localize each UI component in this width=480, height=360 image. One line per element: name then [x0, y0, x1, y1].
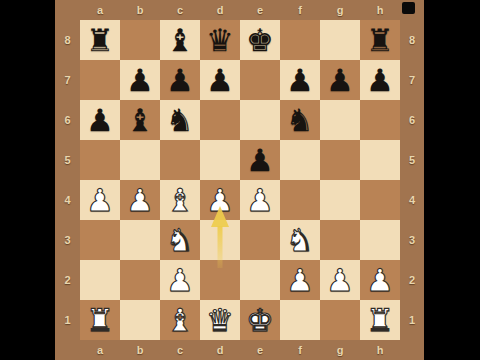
- square-g4[interactable]: [320, 180, 360, 220]
- piece-wB-c4[interactable]: ♝: [160, 180, 200, 220]
- piece-bK-e8[interactable]: ♚: [240, 20, 280, 60]
- piece-bP-e5[interactable]: ♟: [240, 140, 280, 180]
- square-d4[interactable]: ♟: [200, 180, 240, 220]
- file-label-f: f: [280, 340, 320, 360]
- piece-bN-c6[interactable]: ♞: [160, 100, 200, 140]
- square-f3[interactable]: ♞: [280, 220, 320, 260]
- square-d7[interactable]: ♟: [200, 60, 240, 100]
- square-h2[interactable]: ♟: [360, 260, 400, 300]
- square-h5[interactable]: [360, 140, 400, 180]
- piece-bN-f6[interactable]: ♞: [280, 100, 320, 140]
- piece-bQ-d8[interactable]: ♛: [200, 20, 240, 60]
- square-e5[interactable]: ♟: [240, 140, 280, 180]
- square-a7[interactable]: [80, 60, 120, 100]
- file-label-h: h: [360, 340, 400, 360]
- square-e6[interactable]: [240, 100, 280, 140]
- piece-wP-h2[interactable]: ♟: [360, 260, 400, 300]
- file-label-c: c: [160, 340, 200, 360]
- rank-labels-right: 87654321: [400, 20, 424, 340]
- piece-bR-a8[interactable]: ♜: [80, 20, 120, 60]
- file-label-b: b: [120, 340, 160, 360]
- piece-wP-c2[interactable]: ♟: [160, 260, 200, 300]
- rank-label-2: 2: [55, 260, 80, 300]
- piece-wP-b4[interactable]: ♟: [120, 180, 160, 220]
- square-e1[interactable]: ♚: [240, 300, 280, 340]
- square-g8[interactable]: [320, 20, 360, 60]
- square-e3[interactable]: [240, 220, 280, 260]
- chess-board: ♜♝♛♚♜♟♟♟♟♟♟♟♝♞♞♟♟♟♝♟♟♞♞♟♟♟♟♜♝♛♚♜: [80, 20, 400, 340]
- square-a3[interactable]: [80, 220, 120, 260]
- file-label-h: h: [360, 0, 400, 20]
- rank-label-5: 5: [55, 140, 80, 180]
- rank-label-2: 2: [400, 260, 424, 300]
- rank-label-5: 5: [400, 140, 424, 180]
- letterbox-right: [424, 0, 480, 360]
- file-label-a: a: [80, 340, 120, 360]
- square-c2[interactable]: ♟: [160, 260, 200, 300]
- rank-label-3: 3: [55, 220, 80, 260]
- square-h6[interactable]: [360, 100, 400, 140]
- piece-wK-e1[interactable]: ♚: [240, 300, 280, 340]
- piece-bP-b7[interactable]: ♟: [120, 60, 160, 100]
- square-b8[interactable]: [120, 20, 160, 60]
- square-a5[interactable]: [80, 140, 120, 180]
- file-labels-top: abcdefgh: [80, 0, 400, 20]
- square-g3[interactable]: [320, 220, 360, 260]
- square-g6[interactable]: [320, 100, 360, 140]
- square-d1[interactable]: ♛: [200, 300, 240, 340]
- square-b3[interactable]: [120, 220, 160, 260]
- piece-wP-g2[interactable]: ♟: [320, 260, 360, 300]
- rank-labels-left: 87654321: [55, 20, 80, 340]
- square-c3[interactable]: ♞: [160, 220, 200, 260]
- piece-bR-h8[interactable]: ♜: [360, 20, 400, 60]
- square-e4[interactable]: ♟: [240, 180, 280, 220]
- file-label-d: d: [200, 340, 240, 360]
- file-label-c: c: [160, 0, 200, 20]
- square-c7[interactable]: ♟: [160, 60, 200, 100]
- chess-board-panel: abcdefgh abcdefgh 87654321 87654321 ♜♝♛♚…: [55, 0, 424, 360]
- file-label-b: b: [120, 0, 160, 20]
- square-c5[interactable]: [160, 140, 200, 180]
- square-d6[interactable]: [200, 100, 240, 140]
- square-a1[interactable]: ♜: [80, 300, 120, 340]
- square-c6[interactable]: ♞: [160, 100, 200, 140]
- square-a4[interactable]: ♟: [80, 180, 120, 220]
- square-b6[interactable]: ♝: [120, 100, 160, 140]
- piece-bP-h7[interactable]: ♟: [360, 60, 400, 100]
- piece-bP-c7[interactable]: ♟: [160, 60, 200, 100]
- square-f7[interactable]: ♟: [280, 60, 320, 100]
- square-g1[interactable]: [320, 300, 360, 340]
- turn-indicator-black-icon: [402, 2, 415, 14]
- rank-label-4: 4: [400, 180, 424, 220]
- square-b7[interactable]: ♟: [120, 60, 160, 100]
- piece-wP-d4[interactable]: ♟: [200, 180, 240, 220]
- square-h1[interactable]: ♜: [360, 300, 400, 340]
- square-f2[interactable]: ♟: [280, 260, 320, 300]
- square-h8[interactable]: ♜: [360, 20, 400, 60]
- square-d2[interactable]: [200, 260, 240, 300]
- square-g7[interactable]: ♟: [320, 60, 360, 100]
- rank-label-8: 8: [55, 20, 80, 60]
- piece-bB-b6[interactable]: ♝: [120, 100, 160, 140]
- piece-wR-a1[interactable]: ♜: [80, 300, 120, 340]
- video-frame: abcdefgh abcdefgh 87654321 87654321 ♜♝♛♚…: [0, 0, 480, 360]
- file-label-e: e: [240, 340, 280, 360]
- square-d8[interactable]: ♛: [200, 20, 240, 60]
- square-b2[interactable]: [120, 260, 160, 300]
- square-c4[interactable]: ♝: [160, 180, 200, 220]
- square-g5[interactable]: [320, 140, 360, 180]
- square-d5[interactable]: [200, 140, 240, 180]
- square-a2[interactable]: [80, 260, 120, 300]
- rank-label-1: 1: [55, 300, 80, 340]
- piece-bB-c8[interactable]: ♝: [160, 20, 200, 60]
- file-label-f: f: [280, 0, 320, 20]
- piece-bP-f7[interactable]: ♟: [280, 60, 320, 100]
- rank-label-1: 1: [400, 300, 424, 340]
- square-e8[interactable]: ♚: [240, 20, 280, 60]
- piece-wN-f3[interactable]: ♞: [280, 220, 320, 260]
- square-h7[interactable]: ♟: [360, 60, 400, 100]
- piece-bP-d7[interactable]: ♟: [200, 60, 240, 100]
- piece-bP-g7[interactable]: ♟: [320, 60, 360, 100]
- piece-wN-c3[interactable]: ♞: [160, 220, 200, 260]
- square-a8[interactable]: ♜: [80, 20, 120, 60]
- piece-wP-e4[interactable]: ♟: [240, 180, 280, 220]
- square-a6[interactable]: ♟: [80, 100, 120, 140]
- square-e7[interactable]: [240, 60, 280, 100]
- square-b5[interactable]: [120, 140, 160, 180]
- square-g2[interactable]: ♟: [320, 260, 360, 300]
- square-f8[interactable]: [280, 20, 320, 60]
- square-f5[interactable]: [280, 140, 320, 180]
- letterbox-left: [0, 0, 55, 360]
- rank-label-4: 4: [55, 180, 80, 220]
- piece-wB-c1[interactable]: ♝: [160, 300, 200, 340]
- file-label-g: g: [320, 340, 360, 360]
- square-e2[interactable]: [240, 260, 280, 300]
- square-c1[interactable]: ♝: [160, 300, 200, 340]
- square-f1[interactable]: [280, 300, 320, 340]
- square-c8[interactable]: ♝: [160, 20, 200, 60]
- file-labels-bottom: abcdefgh: [80, 340, 400, 360]
- rank-label-7: 7: [55, 60, 80, 100]
- file-label-d: d: [200, 0, 240, 20]
- rank-label-6: 6: [400, 100, 424, 140]
- file-label-g: g: [320, 0, 360, 20]
- piece-wP-a4[interactable]: ♟: [80, 180, 120, 220]
- rank-label-7: 7: [400, 60, 424, 100]
- rank-label-3: 3: [400, 220, 424, 260]
- square-h3[interactable]: [360, 220, 400, 260]
- file-label-a: a: [80, 0, 120, 20]
- file-label-e: e: [240, 0, 280, 20]
- piece-wQ-d1[interactable]: ♛: [200, 300, 240, 340]
- piece-bP-a6[interactable]: ♟: [80, 100, 120, 140]
- square-b1[interactable]: [120, 300, 160, 340]
- square-f6[interactable]: ♞: [280, 100, 320, 140]
- square-d3[interactable]: [200, 220, 240, 260]
- square-f4[interactable]: [280, 180, 320, 220]
- piece-wP-f2[interactable]: ♟: [280, 260, 320, 300]
- rank-label-8: 8: [400, 20, 424, 60]
- rank-label-6: 6: [55, 100, 80, 140]
- square-h4[interactable]: [360, 180, 400, 220]
- piece-wR-h1[interactable]: ♜: [360, 300, 400, 340]
- square-b4[interactable]: ♟: [120, 180, 160, 220]
